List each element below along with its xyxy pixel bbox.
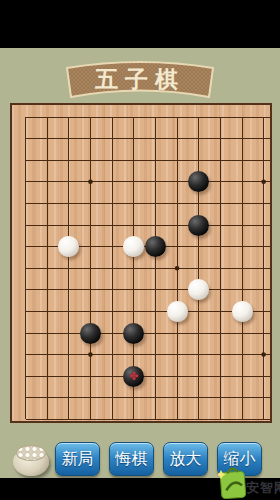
black-stone	[123, 323, 144, 344]
watermark: 安智网	[218, 464, 280, 500]
star-point	[88, 180, 93, 185]
undo-button[interactable]: 悔棋	[109, 442, 154, 476]
app-title: 五子棋	[95, 65, 185, 92]
black-stone: ✤	[123, 366, 144, 387]
last-move-marker: ✤	[123, 366, 144, 387]
bowl-stones	[16, 445, 46, 461]
white-stone-bowl-icon	[12, 443, 52, 478]
black-stone	[145, 236, 166, 257]
green-shopping-bag-icon	[218, 464, 248, 500]
board[interactable]: ✤	[10, 103, 272, 423]
white-stone	[232, 301, 253, 322]
star-point	[175, 266, 180, 271]
app-screen: 五子棋 ✤ 新局 悔棋 放大 缩小 安智网	[0, 0, 280, 500]
new-game-button[interactable]: 新局	[55, 442, 100, 476]
status-bar	[0, 0, 280, 48]
watermark-text: 安智网	[246, 479, 280, 497]
black-stone	[188, 215, 209, 236]
title-banner: 五子棋	[64, 56, 216, 98]
zoom-in-button[interactable]: 放大	[163, 442, 208, 476]
star-point	[261, 180, 266, 185]
star-point	[261, 352, 266, 357]
white-stone	[167, 301, 188, 322]
star-point	[88, 352, 93, 357]
black-stone	[80, 323, 101, 344]
